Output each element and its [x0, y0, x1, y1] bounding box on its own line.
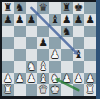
piece-black-pawn-h7[interactable]: ♟	[85, 14, 94, 26]
square-e3[interactable]	[49, 61, 61, 73]
piece-white-pawn-g2[interactable]: ♟	[74, 73, 83, 85]
square-d3[interactable]: ♝	[37, 61, 49, 73]
square-g8[interactable]: ♚	[73, 2, 85, 14]
square-g4[interactable]: ♝	[73, 49, 85, 61]
square-d5[interactable]: ♟	[37, 37, 49, 49]
piece-white-queen-d1[interactable]: ♛	[38, 84, 47, 96]
background-strip	[96, 0, 100, 99]
square-f2[interactable]: ♟	[61, 73, 73, 85]
piece-black-pawn-g7[interactable]: ♟	[74, 14, 83, 26]
square-g1[interactable]	[73, 84, 85, 96]
square-b3[interactable]	[14, 61, 26, 73]
square-g7[interactable]: ♟	[73, 14, 85, 26]
piece-white-rook-a1[interactable]: ♜	[3, 84, 12, 96]
piece-black-pawn-a7[interactable]: ♟	[3, 14, 12, 26]
piece-white-rook-h1[interactable]: ♜	[85, 84, 94, 96]
square-b2[interactable]: ♟	[14, 73, 26, 85]
piece-black-pawn-d5[interactable]: ♟	[38, 37, 47, 49]
square-h6[interactable]	[84, 26, 96, 38]
square-e1[interactable]: ♚	[49, 84, 61, 96]
piece-black-pawn-f7[interactable]: ♟	[62, 14, 71, 26]
square-a5[interactable]	[2, 37, 14, 49]
piece-white-pawn-c2[interactable]: ♟	[27, 73, 36, 85]
square-f7[interactable]: ♟	[61, 14, 73, 26]
square-e4[interactable]: ♟	[49, 49, 61, 61]
piece-black-knight-b8[interactable]: ♞	[15, 2, 24, 14]
square-a1[interactable]: ♜	[2, 84, 14, 96]
piece-black-knight-f6[interactable]: ♞	[62, 26, 71, 38]
square-d7[interactable]	[37, 14, 49, 26]
square-c6[interactable]	[26, 26, 38, 38]
square-h8[interactable]	[84, 2, 96, 14]
square-e7[interactable]: ♝	[49, 14, 61, 26]
square-b5[interactable]	[14, 37, 26, 49]
piece-white-king-e1[interactable]: ♚	[50, 84, 59, 96]
square-g3[interactable]	[73, 61, 85, 73]
square-h7[interactable]: ♟	[84, 14, 96, 26]
square-a8[interactable]: ♜	[2, 2, 14, 14]
square-a4[interactable]	[2, 49, 14, 61]
piece-black-rook-a8[interactable]: ♜	[3, 2, 12, 14]
chess-board: ♜♞♛♜♚♟♟♟♝♟♟♟♞♟♟♝♞♝♟♟♟♝♞♟♟♟♜♛♚♜	[2, 2, 96, 96]
square-b1[interactable]	[14, 84, 26, 96]
square-h1[interactable]: ♜	[84, 84, 96, 96]
square-h3[interactable]	[84, 61, 96, 73]
square-g2[interactable]: ♟	[73, 73, 85, 85]
square-e6[interactable]	[49, 26, 61, 38]
square-h5[interactable]	[84, 37, 96, 49]
piece-white-knight-c3[interactable]: ♞	[27, 61, 36, 73]
piece-white-pawn-e4[interactable]: ♟	[50, 49, 59, 61]
square-a6[interactable]	[2, 26, 14, 38]
square-c2[interactable]: ♟	[26, 73, 38, 85]
square-a7[interactable]: ♟	[2, 14, 14, 26]
square-b8[interactable]: ♞	[14, 2, 26, 14]
square-f5[interactable]	[61, 37, 73, 49]
square-f6[interactable]: ♞	[61, 26, 73, 38]
piece-black-pawn-c7[interactable]: ♟	[27, 14, 36, 26]
piece-black-king-g8[interactable]: ♚	[74, 2, 83, 14]
square-c4[interactable]	[26, 49, 38, 61]
piece-black-bishop-e7[interactable]: ♝	[50, 14, 59, 26]
square-e8[interactable]	[49, 2, 61, 14]
piece-white-pawn-b2[interactable]: ♟	[15, 73, 24, 85]
square-d8[interactable]: ♛	[37, 2, 49, 14]
piece-white-bishop-d3[interactable]: ♝	[38, 61, 47, 73]
square-g6[interactable]	[73, 26, 85, 38]
square-c1[interactable]	[26, 84, 38, 96]
square-d1[interactable]: ♛	[37, 84, 49, 96]
piece-black-pawn-b7[interactable]: ♟	[15, 14, 24, 26]
square-d4[interactable]	[37, 49, 49, 61]
square-f4[interactable]	[61, 49, 73, 61]
square-f3[interactable]	[61, 61, 73, 73]
chess-app-screenshot: ♜♞♛♜♚♟♟♟♝♟♟♟♞♟♟♝♞♝♟♟♟♝♞♟♟♟♜♛♚♜	[0, 0, 100, 99]
square-c7[interactable]: ♟	[26, 14, 38, 26]
square-a3[interactable]	[2, 61, 14, 73]
square-b7[interactable]: ♟	[14, 14, 26, 26]
square-b4[interactable]	[14, 49, 26, 61]
square-h4[interactable]	[84, 49, 96, 61]
piece-black-queen-d8[interactable]: ♛	[38, 2, 47, 14]
square-b6[interactable]	[14, 26, 26, 38]
square-c8[interactable]	[26, 2, 38, 14]
piece-white-pawn-f2[interactable]: ♟	[62, 73, 71, 85]
square-f1[interactable]	[61, 84, 73, 96]
square-c5[interactable]	[26, 37, 38, 49]
piece-black-rook-f8[interactable]: ♜	[62, 2, 71, 14]
square-c3[interactable]: ♞	[26, 61, 38, 73]
piece-black-bishop-g4[interactable]: ♝	[74, 49, 83, 61]
square-f8[interactable]: ♜	[61, 2, 73, 14]
